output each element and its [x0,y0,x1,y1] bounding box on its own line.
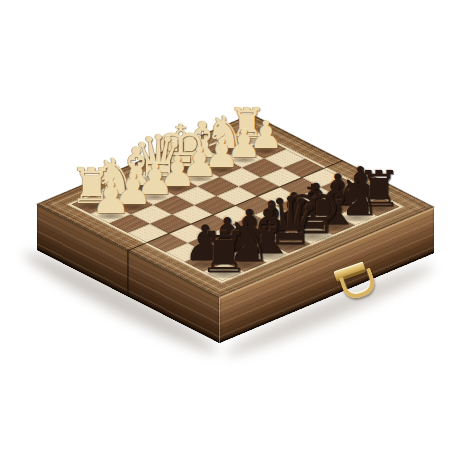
piece-black-rook-a8: ♜ [199,224,250,281]
piece-white-pawn-a2: ♟ [91,176,131,220]
chess-set-photo: ♜♞♝♛♚♝♞♜♟♟♟♟♟♟♟♟♟♟♟♟♟♟♟♟♜♞♝♛♚♝♞♜ [0,0,458,458]
fold-seam-side [127,250,129,297]
